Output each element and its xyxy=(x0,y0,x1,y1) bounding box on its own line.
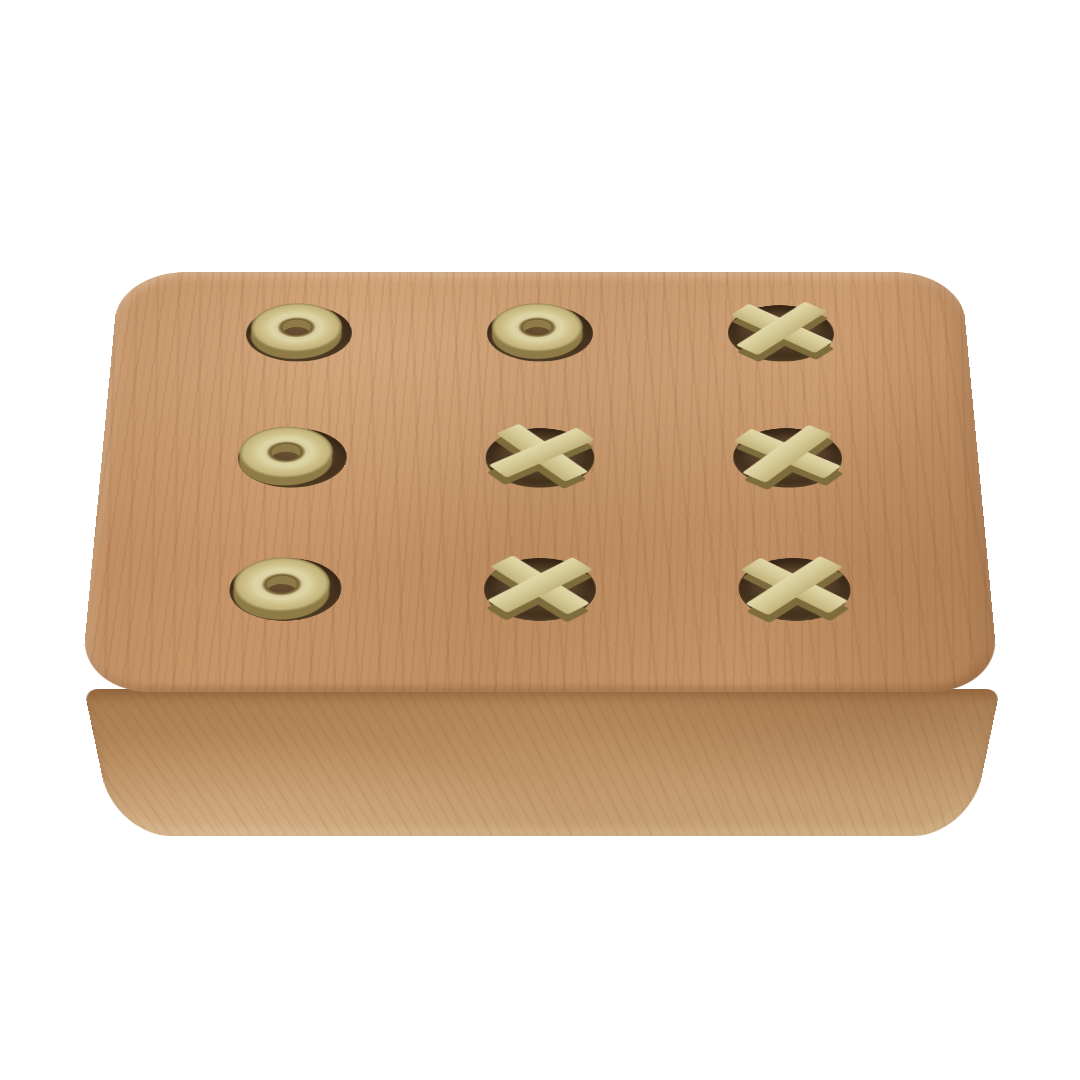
board-cells xyxy=(153,273,928,657)
board-cell-r1c3[interactable] xyxy=(659,273,906,394)
piece-o[interactable] xyxy=(491,303,584,352)
piece-x[interactable] xyxy=(736,553,854,618)
board-top-face xyxy=(80,272,1000,692)
board-front-face xyxy=(84,689,1000,836)
piece-x[interactable] xyxy=(725,299,838,358)
product-photo xyxy=(0,0,1080,1080)
board-cell-r1c2[interactable] xyxy=(418,273,662,394)
tic-tac-toe-board xyxy=(0,0,1080,1080)
board-cell-r2c3[interactable] xyxy=(662,395,916,523)
board-cell-r3c2[interactable] xyxy=(411,523,669,658)
piece-x[interactable] xyxy=(482,420,601,485)
piece-x[interactable] xyxy=(482,553,597,618)
board-cell-r2c2[interactable] xyxy=(414,395,665,523)
board-cell-r3c1[interactable] xyxy=(153,523,415,658)
board-cell-r2c1[interactable] xyxy=(163,395,417,523)
board-cell-r1c1[interactable] xyxy=(174,273,421,394)
board-cell-r3c3[interactable] xyxy=(666,523,928,658)
piece-x[interactable] xyxy=(727,421,848,486)
